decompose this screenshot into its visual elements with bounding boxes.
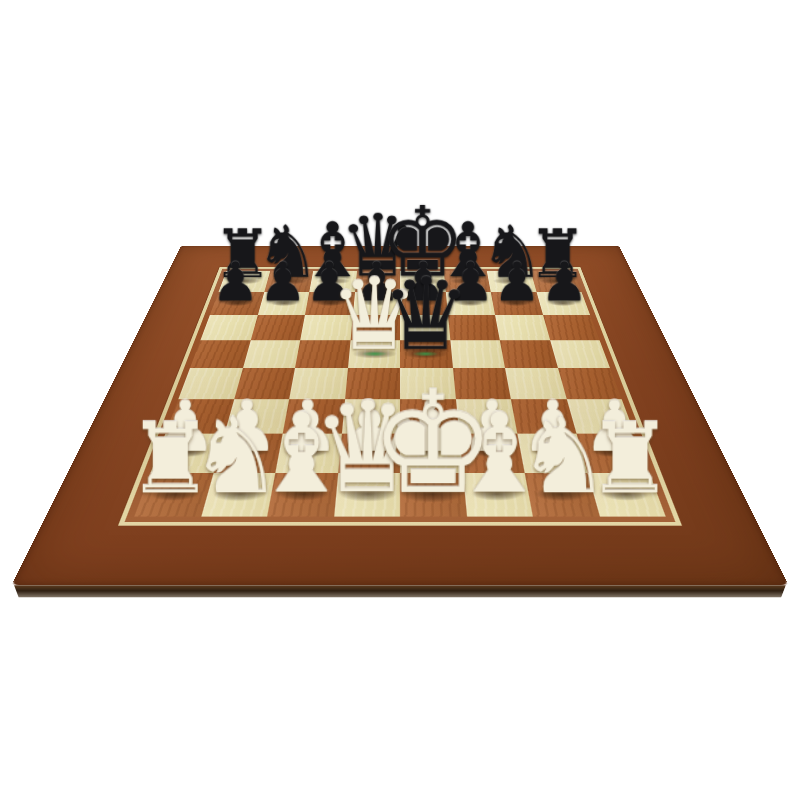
chess-board: ♜♞♝♛♚♝♞♜♟♟♟♟♟♟♟♟♛♛♟♟♟♟♟♟♟♟♜♞♝♛♚♝♞♜: [11, 246, 788, 586]
black-pawn-glyph: ♟: [535, 255, 594, 309]
black-queen-glyph: ♛: [371, 265, 480, 364]
white-king-glyph: ♚: [355, 372, 510, 513]
board-front-edge: [14, 585, 786, 597]
product-photo-canvas: ♜♞♝♛♚♝♞♜♟♟♟♟♟♟♟♟♛♛♟♟♟♟♟♟♟♟♜♞♝♛♚♝♞♜: [0, 0, 800, 800]
board-scene: ♜♞♝♛♚♝♞♜♟♟♟♟♟♟♟♟♛♛♟♟♟♟♟♟♟♟♜♞♝♛♚♝♞♜: [0, 0, 800, 800]
pieces-layer: ♜♞♝♛♚♝♞♜♟♟♟♟♟♟♟♟♛♛♟♟♟♟♟♟♟♟♜♞♝♛♚♝♞♜: [134, 271, 665, 517]
